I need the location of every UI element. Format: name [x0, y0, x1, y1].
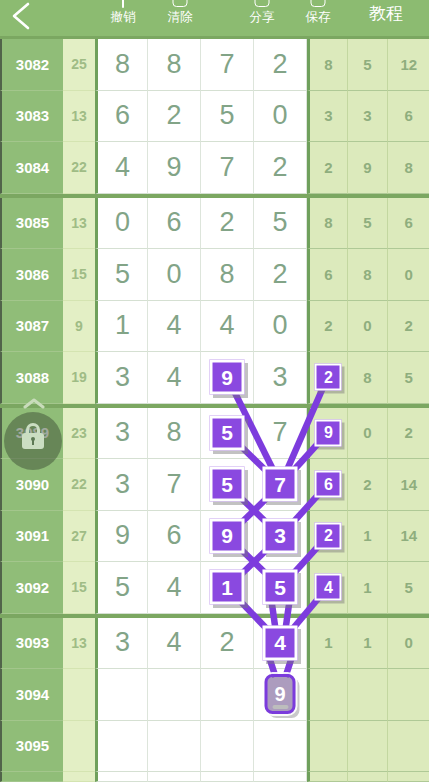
- undo-icon: [122, 0, 124, 8]
- purple-mark-box[interactable]: 5: [210, 415, 245, 450]
- stat-cell[interactable]: 2: [307, 352, 348, 404]
- purple-mark-box[interactable]: 5: [210, 467, 245, 502]
- table-row: 3084224972298: [0, 142, 429, 194]
- sum-cell: [63, 669, 95, 721]
- chevron-up-icon: [22, 397, 46, 409]
- chevron-left-icon: [14, 4, 28, 28]
- stat-cell[interactable]: [307, 669, 348, 721]
- purple-mark-box[interactable]: 1: [210, 570, 245, 605]
- period-cell: [0, 772, 63, 782]
- digit-cell[interactable]: 0: [254, 301, 307, 353]
- digit-cell[interactable]: 7: [254, 408, 307, 460]
- share-label: 分享: [250, 10, 275, 24]
- digit-cell[interactable]: 7: [201, 142, 254, 194]
- digit-cell: [254, 772, 307, 782]
- period-cell: 3094: [0, 669, 63, 721]
- digit-cell[interactable]: 4: [95, 142, 148, 194]
- digit-cell[interactable]: 4: [254, 618, 307, 670]
- digit-cell[interactable]: 1: [201, 562, 254, 614]
- stat-cell[interactable]: [388, 721, 429, 773]
- table-row: 30822588728512: [0, 39, 429, 91]
- digit-cell[interactable]: [95, 669, 148, 721]
- prediction-slot-bar: [272, 705, 288, 709]
- digit-cell[interactable]: 3: [95, 408, 148, 460]
- digit-cell[interactable]: 2: [254, 39, 307, 91]
- stat-cell[interactable]: 2: [348, 459, 389, 511]
- digit-cell[interactable]: [95, 721, 148, 773]
- digit-cell[interactable]: 7: [254, 459, 307, 511]
- table-row: 3086155082680: [0, 249, 429, 301]
- stat-cell[interactable]: 2: [388, 301, 429, 353]
- table-row: 30949: [0, 669, 429, 721]
- stat-cell[interactable]: 8: [348, 249, 389, 301]
- sum-cell: 13: [63, 91, 95, 143]
- stat-cell[interactable]: 1: [307, 618, 348, 670]
- digit-cell[interactable]: 5: [254, 198, 307, 250]
- period-cell: 3092: [0, 562, 63, 614]
- digit-cell[interactable]: 5: [201, 408, 254, 460]
- period-cell: 3087: [0, 301, 63, 353]
- save-icon: [311, 0, 326, 7]
- stat-cell[interactable]: 5: [348, 39, 389, 91]
- stat-cell: [348, 772, 389, 782]
- purple-mark-box[interactable]: 3: [263, 518, 298, 553]
- period-cell: 3084: [0, 142, 63, 194]
- table-row: 3083136250336: [0, 91, 429, 143]
- stat-cell[interactable]: 8: [348, 352, 389, 404]
- digit-cell[interactable]: 1: [95, 301, 148, 353]
- stat-cell[interactable]: 6: [307, 249, 348, 301]
- stat-cell[interactable]: 5: [388, 562, 429, 614]
- digit-cell[interactable]: 8: [148, 39, 201, 91]
- digit-cell[interactable]: 4: [148, 562, 201, 614]
- digit-cell: [201, 772, 254, 782]
- digit-cell[interactable]: 2: [201, 618, 254, 670]
- period-cell: 3093: [0, 618, 63, 670]
- digit-cell[interactable]: [148, 721, 201, 773]
- save-label: 保存: [306, 10, 331, 24]
- digit-cell[interactable]: 5: [254, 562, 307, 614]
- share-icon: [255, 0, 270, 7]
- digit-cell[interactable]: 5: [201, 459, 254, 511]
- sum-cell: [63, 772, 95, 782]
- stat-cell[interactable]: 4: [307, 562, 348, 614]
- period-cell: 3085: [0, 198, 63, 250]
- stat-cell[interactable]: [388, 669, 429, 721]
- prediction-box[interactable]: 9: [265, 674, 296, 714]
- undo-label: 撤销: [111, 10, 136, 24]
- stat-cell[interactable]: 3: [348, 91, 389, 143]
- purple-mark-box[interactable]: 7: [263, 467, 298, 502]
- stat-cell[interactable]: 1: [348, 618, 389, 670]
- sum-cell: 13: [63, 618, 95, 670]
- sum-cell: 15: [63, 562, 95, 614]
- stat-cell[interactable]: 9: [307, 408, 348, 460]
- clear-label: 清除: [168, 10, 193, 24]
- digit-cell[interactable]: 2: [201, 198, 254, 250]
- digit-cell[interactable]: 0: [254, 91, 307, 143]
- digit-cell[interactable]: 8: [201, 249, 254, 301]
- stat-cell[interactable]: 2: [307, 511, 348, 563]
- stat-cell[interactable]: 6: [388, 198, 429, 250]
- table-row: 3092155415415: [0, 562, 429, 614]
- digit-cell[interactable]: 7: [148, 459, 201, 511]
- stat-cell[interactable]: 6: [307, 459, 348, 511]
- digit-cell[interactable]: 2: [254, 142, 307, 194]
- digit-cell: [95, 772, 148, 782]
- period-cell: 3091: [0, 511, 63, 563]
- purple-mark-box[interactable]: 6: [315, 471, 342, 498]
- sum-cell: 13: [63, 198, 95, 250]
- stat-cell[interactable]: 1: [348, 511, 389, 563]
- purple-mark-box[interactable]: 2: [315, 522, 342, 549]
- purple-mark-box[interactable]: 4: [315, 574, 342, 601]
- stat-cell[interactable]: 2: [307, 142, 348, 194]
- table-row: 3085130625856: [0, 198, 429, 250]
- purple-mark-box[interactable]: 5: [263, 570, 298, 605]
- app-screen: 撤销 清除 分享 保存 教程 3082258872851230831362503…: [0, 0, 429, 782]
- digit-cell: [148, 772, 201, 782]
- sum-cell: 9: [63, 301, 95, 353]
- digit-cell[interactable]: 2: [148, 91, 201, 143]
- tutorial-button[interactable]: 教程: [369, 2, 403, 25]
- sum-cell: 22: [63, 142, 95, 194]
- stat-cell[interactable]: 8: [307, 198, 348, 250]
- digit-cell[interactable]: 7: [201, 39, 254, 91]
- stat-cell[interactable]: 1: [348, 562, 389, 614]
- digit-cell[interactable]: 0: [95, 198, 148, 250]
- digit-cell[interactable]: 9: [254, 669, 307, 721]
- digit-cell[interactable]: 3: [95, 618, 148, 670]
- purple-mark-box[interactable]: 9: [210, 360, 245, 395]
- stat-cell: [307, 772, 348, 782]
- stat-cell[interactable]: [348, 669, 389, 721]
- stat-cell[interactable]: [348, 721, 389, 773]
- digit-cell[interactable]: 3: [95, 459, 148, 511]
- stat-cell[interactable]: 14: [388, 511, 429, 563]
- stat-cell[interactable]: 2: [388, 408, 429, 460]
- digit-cell[interactable]: 4: [148, 301, 201, 353]
- table-row: 3093133424110: [0, 618, 429, 670]
- stat-cell[interactable]: 2: [307, 301, 348, 353]
- digit-cell[interactable]: 3: [95, 352, 148, 404]
- digit-cell[interactable]: 8: [95, 39, 148, 91]
- digit-cell[interactable]: [254, 721, 307, 773]
- digit-cell[interactable]: 9: [201, 352, 254, 404]
- digit-cell[interactable]: 5: [201, 91, 254, 143]
- sum-cell: 25: [63, 39, 95, 91]
- period-cell: 3082: [0, 39, 63, 91]
- digit-cell[interactable]: 4: [148, 618, 201, 670]
- sum-cell: 27: [63, 511, 95, 563]
- period-cell: 3086: [0, 249, 63, 301]
- digit-cell[interactable]: 4: [201, 301, 254, 353]
- digit-cell[interactable]: [201, 669, 254, 721]
- digit-cell[interactable]: 6: [95, 91, 148, 143]
- partial-next-row: [0, 772, 429, 782]
- purple-mark-box[interactable]: 9: [315, 419, 342, 446]
- stat-cell[interactable]: 0: [388, 249, 429, 301]
- table-row: 308791440202: [0, 301, 429, 353]
- stat-cell[interactable]: 0: [348, 408, 389, 460]
- digit-cell[interactable]: 5: [95, 562, 148, 614]
- table-row: 30912796932114: [0, 511, 429, 563]
- stat-cell[interactable]: [307, 721, 348, 773]
- period-cell: 3095: [0, 721, 63, 773]
- sum-cell: [63, 721, 95, 773]
- stat-cell[interactable]: 14: [388, 459, 429, 511]
- digit-cell[interactable]: 6: [148, 198, 201, 250]
- digit-cell[interactable]: 9: [201, 511, 254, 563]
- floating-lock-button[interactable]: [0, 396, 70, 511]
- period-cell: 3083: [0, 91, 63, 143]
- stat-cell[interactable]: 5: [388, 352, 429, 404]
- lock-circle: [4, 412, 62, 470]
- digit-cell[interactable]: 9: [95, 511, 148, 563]
- trend-table: 3082258872851230831362503363084224972298…: [0, 36, 429, 782]
- stat-cell[interactable]: 3: [307, 91, 348, 143]
- purple-mark-box[interactable]: 9: [210, 518, 245, 553]
- top-toolbar: 撤销 清除 分享 保存 教程: [0, 0, 429, 36]
- stat-cell[interactable]: 0: [348, 301, 389, 353]
- digit-cell[interactable]: 8: [148, 408, 201, 460]
- stat-cell[interactable]: 8: [307, 39, 348, 91]
- sum-cell: 15: [63, 249, 95, 301]
- digit-cell[interactable]: 3: [254, 511, 307, 563]
- digit-cell[interactable]: 2: [254, 249, 307, 301]
- digit-cell[interactable]: [201, 721, 254, 773]
- stat-cell[interactable]: 0: [388, 618, 429, 670]
- stat-cell[interactable]: 6: [388, 91, 429, 143]
- purple-mark-box[interactable]: 2: [315, 364, 342, 391]
- back-button[interactable]: [6, 1, 34, 31]
- digit-cell[interactable]: 0: [148, 249, 201, 301]
- stat-cell[interactable]: 5: [348, 198, 389, 250]
- stat-cell[interactable]: 12: [388, 39, 429, 91]
- stat-cell[interactable]: 9: [348, 142, 389, 194]
- stat-cell: [388, 772, 429, 782]
- digit-cell[interactable]: 6: [148, 511, 201, 563]
- digit-cell[interactable]: 9: [148, 142, 201, 194]
- stat-cell[interactable]: 8: [388, 142, 429, 194]
- digit-cell[interactable]: 5: [95, 249, 148, 301]
- digit-cell[interactable]: 3: [254, 352, 307, 404]
- purple-mark-box[interactable]: 4: [263, 625, 298, 660]
- table-row: 3095: [0, 721, 429, 773]
- digit-cell[interactable]: 4: [148, 352, 201, 404]
- digit-cell[interactable]: [148, 669, 201, 721]
- trash-icon: [173, 0, 188, 7]
